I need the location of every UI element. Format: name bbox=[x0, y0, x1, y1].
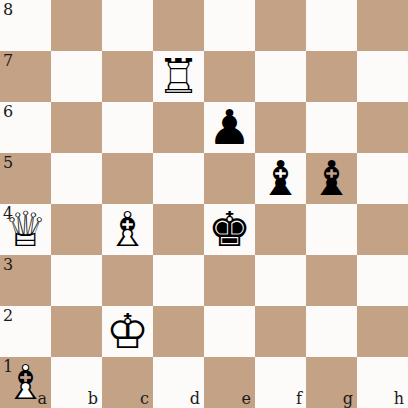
square-a4[interactable]: 4♛♕ bbox=[0, 204, 51, 255]
file-label-g: g bbox=[343, 391, 353, 407]
square-a5[interactable]: 5 bbox=[0, 153, 51, 204]
black-king-glyph: ♚ bbox=[204, 204, 255, 255]
white-bishop-outline: ♗ bbox=[102, 204, 153, 255]
square-f7[interactable] bbox=[255, 51, 306, 102]
square-b1[interactable]: b bbox=[51, 357, 102, 408]
file-label-b: b bbox=[88, 391, 98, 407]
square-d5[interactable] bbox=[153, 153, 204, 204]
square-c7[interactable] bbox=[102, 51, 153, 102]
square-c1[interactable]: c bbox=[102, 357, 153, 408]
square-f5[interactable]: ♝ bbox=[255, 153, 306, 204]
square-e4[interactable]: ♚ bbox=[204, 204, 255, 255]
square-c6[interactable] bbox=[102, 102, 153, 153]
file-label-e: e bbox=[242, 391, 251, 407]
square-a7[interactable]: 7 bbox=[0, 51, 51, 102]
file-label-c: c bbox=[140, 391, 149, 407]
square-e5[interactable] bbox=[204, 153, 255, 204]
square-f4[interactable] bbox=[255, 204, 306, 255]
black-bishop-icon[interactable]: ♝ bbox=[306, 153, 357, 204]
square-e2[interactable] bbox=[204, 306, 255, 357]
square-h7[interactable] bbox=[357, 51, 408, 102]
square-f1[interactable]: f bbox=[255, 357, 306, 408]
file-label-f: f bbox=[296, 391, 302, 407]
white-rook-outline: ♖ bbox=[153, 51, 204, 102]
square-e6[interactable]: ♟ bbox=[204, 102, 255, 153]
square-h2[interactable] bbox=[357, 306, 408, 357]
file-label-h: h bbox=[394, 391, 404, 407]
square-b8[interactable] bbox=[51, 0, 102, 51]
black-pawn-glyph: ♟ bbox=[204, 102, 255, 153]
square-b7[interactable] bbox=[51, 51, 102, 102]
square-h3[interactable] bbox=[357, 255, 408, 306]
square-d8[interactable] bbox=[153, 0, 204, 51]
square-h6[interactable] bbox=[357, 102, 408, 153]
square-e3[interactable] bbox=[204, 255, 255, 306]
white-king-icon[interactable]: ♚♔ bbox=[102, 306, 153, 357]
white-king-outline: ♔ bbox=[102, 306, 153, 357]
square-g8[interactable] bbox=[306, 0, 357, 51]
square-h5[interactable] bbox=[357, 153, 408, 204]
file-label-d: d bbox=[190, 391, 200, 407]
square-g3[interactable] bbox=[306, 255, 357, 306]
white-queen-outline: ♕ bbox=[0, 204, 51, 255]
black-bishop-icon[interactable]: ♝ bbox=[255, 153, 306, 204]
white-queen-icon[interactable]: ♛♕ bbox=[0, 204, 51, 255]
rank-label-5: 5 bbox=[3, 155, 13, 171]
square-c3[interactable] bbox=[102, 255, 153, 306]
square-a6[interactable]: 6 bbox=[0, 102, 51, 153]
square-e7[interactable] bbox=[204, 51, 255, 102]
white-bishop-icon[interactable]: ♝♗ bbox=[0, 357, 51, 408]
square-g1[interactable]: g bbox=[306, 357, 357, 408]
rank-label-3: 3 bbox=[3, 257, 13, 273]
rank-label-8: 8 bbox=[3, 2, 13, 18]
rank-label-7: 7 bbox=[3, 53, 13, 69]
black-pawn-icon[interactable]: ♟ bbox=[204, 102, 255, 153]
black-king-icon[interactable]: ♚ bbox=[204, 204, 255, 255]
square-e1[interactable]: e bbox=[204, 357, 255, 408]
square-c2[interactable]: ♚♔ bbox=[102, 306, 153, 357]
square-g4[interactable] bbox=[306, 204, 357, 255]
square-d6[interactable] bbox=[153, 102, 204, 153]
square-a8[interactable]: 8 bbox=[0, 0, 51, 51]
square-c5[interactable] bbox=[102, 153, 153, 204]
square-f6[interactable] bbox=[255, 102, 306, 153]
square-a2[interactable]: 2 bbox=[0, 306, 51, 357]
white-bishop-icon[interactable]: ♝♗ bbox=[102, 204, 153, 255]
square-c8[interactable] bbox=[102, 0, 153, 51]
rank-label-6: 6 bbox=[3, 104, 13, 120]
square-h1[interactable]: h bbox=[357, 357, 408, 408]
square-b2[interactable] bbox=[51, 306, 102, 357]
square-b4[interactable] bbox=[51, 204, 102, 255]
square-f8[interactable] bbox=[255, 0, 306, 51]
square-d2[interactable] bbox=[153, 306, 204, 357]
square-a3[interactable]: 3 bbox=[0, 255, 51, 306]
square-b3[interactable] bbox=[51, 255, 102, 306]
black-bishop-glyph: ♝ bbox=[306, 153, 357, 204]
square-d1[interactable]: d bbox=[153, 357, 204, 408]
white-bishop-outline: ♗ bbox=[0, 357, 51, 408]
square-d4[interactable] bbox=[153, 204, 204, 255]
chessboard: 87♜♖6♟5♝♝4♛♕♝♗♚32♚♔1a♝♗bcdefgh bbox=[0, 0, 408, 408]
square-b5[interactable] bbox=[51, 153, 102, 204]
square-f2[interactable] bbox=[255, 306, 306, 357]
square-g5[interactable]: ♝ bbox=[306, 153, 357, 204]
square-h8[interactable] bbox=[357, 0, 408, 51]
white-rook-icon[interactable]: ♜♖ bbox=[153, 51, 204, 102]
square-h4[interactable] bbox=[357, 204, 408, 255]
square-e8[interactable] bbox=[204, 0, 255, 51]
square-f3[interactable] bbox=[255, 255, 306, 306]
square-g2[interactable] bbox=[306, 306, 357, 357]
rank-label-2: 2 bbox=[3, 308, 13, 324]
square-g6[interactable] bbox=[306, 102, 357, 153]
square-d3[interactable] bbox=[153, 255, 204, 306]
black-bishop-glyph: ♝ bbox=[255, 153, 306, 204]
square-a1[interactable]: 1a♝♗ bbox=[0, 357, 51, 408]
square-c4[interactable]: ♝♗ bbox=[102, 204, 153, 255]
square-g7[interactable] bbox=[306, 51, 357, 102]
square-d7[interactable]: ♜♖ bbox=[153, 51, 204, 102]
square-b6[interactable] bbox=[51, 102, 102, 153]
